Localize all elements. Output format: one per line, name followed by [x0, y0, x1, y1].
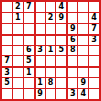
cell-r7c9[interactable] — [89, 67, 99, 77]
cell-r7c5[interactable] — [46, 67, 56, 77]
cell-r2c4[interactable] — [35, 13, 45, 23]
cell-r1c9[interactable] — [89, 2, 99, 12]
cell-r4c3[interactable] — [24, 35, 34, 45]
cell-r6c7[interactable] — [67, 56, 77, 66]
cell-r7c3: 1 — [24, 67, 34, 77]
cell-r9c1[interactable] — [2, 89, 12, 99]
cell-r7c1: 3 — [2, 67, 12, 77]
cell-r2c1[interactable] — [2, 13, 12, 23]
cell-r6c9[interactable] — [89, 56, 99, 66]
cell-r9c4: 9 — [35, 89, 45, 99]
cell-r6c5[interactable] — [46, 56, 56, 66]
cell-r3c2[interactable] — [13, 24, 23, 34]
cell-r9c8: 4 — [78, 89, 88, 99]
cell-r2c2: 1 — [13, 13, 23, 23]
cell-r8c5: 8 — [46, 78, 56, 88]
cell-r5c5: 1 — [46, 46, 56, 56]
cell-r5c9[interactable] — [89, 46, 99, 56]
cell-r4c6[interactable] — [56, 35, 66, 45]
cell-r5c8[interactable] — [78, 46, 88, 56]
cell-r8c4: 1 — [35, 78, 45, 88]
cell-r2c5: 2 — [46, 13, 56, 23]
cell-r1c8[interactable] — [78, 2, 88, 12]
cell-r3c6[interactable] — [56, 24, 66, 34]
cell-r2c7[interactable] — [67, 13, 77, 23]
cell-r3c5[interactable] — [46, 24, 56, 34]
cell-r7c4[interactable] — [35, 67, 45, 77]
cell-r4c5[interactable] — [46, 35, 56, 45]
cell-r4c8[interactable] — [78, 35, 88, 45]
cell-r9c5[interactable] — [46, 89, 56, 99]
cell-r6c4[interactable] — [35, 56, 45, 66]
cell-r1c1[interactable] — [2, 2, 12, 12]
cell-r6c3: 5 — [24, 56, 34, 66]
cell-r5c6: 5 — [56, 46, 66, 56]
cell-r7c7[interactable] — [67, 67, 77, 77]
cell-r1c5[interactable] — [46, 2, 56, 12]
cell-r4c9: 3 — [89, 35, 99, 45]
cell-r7c2[interactable] — [13, 67, 23, 77]
cell-r9c3[interactable] — [24, 89, 34, 99]
cell-r8c1: 5 — [2, 78, 12, 88]
cell-r3c8[interactable] — [78, 24, 88, 34]
cell-r2c9: 4 — [89, 13, 99, 23]
cell-r5c1[interactable] — [2, 46, 12, 56]
cell-r6c2[interactable] — [13, 56, 23, 66]
cell-r1c4[interactable] — [35, 2, 45, 12]
cell-r3c9: 7 — [89, 24, 99, 34]
cell-r6c1: 7 — [2, 56, 12, 66]
cell-r8c7[interactable] — [67, 78, 77, 88]
cell-r8c3[interactable] — [24, 78, 34, 88]
cell-r4c7: 6 — [67, 35, 77, 45]
cell-r8c2[interactable] — [13, 78, 23, 88]
cell-r5c2[interactable] — [13, 46, 23, 56]
cell-r9c2[interactable] — [13, 89, 23, 99]
cell-r1c3: 7 — [24, 2, 34, 12]
sudoku-board: 274129497636315875315189934 — [0, 0, 101, 101]
cell-r8c6[interactable] — [56, 78, 66, 88]
cell-r9c9[interactable] — [89, 89, 99, 99]
cell-r5c7: 8 — [67, 46, 77, 56]
cell-r8c8: 9 — [78, 78, 88, 88]
cell-r9c7: 3 — [67, 89, 77, 99]
cell-r9c6[interactable] — [56, 89, 66, 99]
cell-r8c9[interactable] — [89, 78, 99, 88]
cell-r2c6: 9 — [56, 13, 66, 23]
cell-r6c8[interactable] — [78, 56, 88, 66]
cell-r4c4[interactable] — [35, 35, 45, 45]
cell-r7c8[interactable] — [78, 67, 88, 77]
cell-r7c6[interactable] — [56, 67, 66, 77]
cell-r3c7: 9 — [67, 24, 77, 34]
cell-r4c2[interactable] — [13, 35, 23, 45]
cell-r1c2: 2 — [13, 2, 23, 12]
cell-r4c1[interactable] — [2, 35, 12, 45]
cell-r3c4[interactable] — [35, 24, 45, 34]
cell-r3c3[interactable] — [24, 24, 34, 34]
cell-r3c1[interactable] — [2, 24, 12, 34]
cell-r1c6: 4 — [56, 2, 66, 12]
cell-r5c3: 6 — [24, 46, 34, 56]
cell-r6c6[interactable] — [56, 56, 66, 66]
cell-r5c4: 3 — [35, 46, 45, 56]
cell-r1c7[interactable] — [67, 2, 77, 12]
cell-r2c3[interactable] — [24, 13, 34, 23]
cell-r2c8[interactable] — [78, 13, 88, 23]
